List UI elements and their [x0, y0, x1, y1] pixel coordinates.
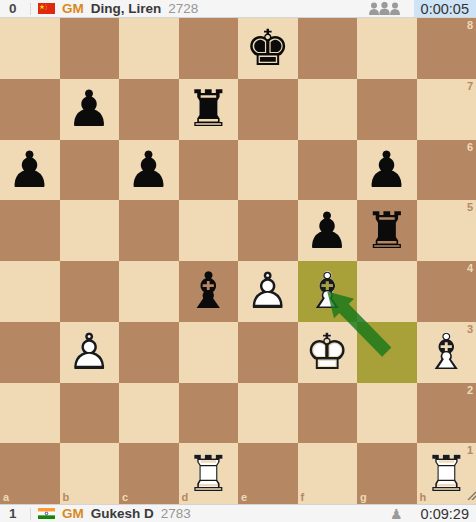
- coord-file-h: h: [420, 491, 427, 503]
- square-d5[interactable]: [179, 200, 239, 261]
- square-h5[interactable]: 5: [417, 200, 476, 261]
- coord-rank-2: 2: [467, 384, 473, 396]
- player-bar-bottom: 1 GM Gukesh D 2783 ♟ 0:09:29: [0, 504, 476, 522]
- black-king-e8: ♚: [238, 18, 298, 79]
- square-f5[interactable]: ♟: [298, 200, 358, 261]
- player-bar-top: 0 GM Ding, Liren 2728 0:00:05: [0, 0, 476, 18]
- player-bottom-rating: 2783: [161, 506, 191, 521]
- player-bottom-score: 1: [9, 506, 23, 521]
- black-pawn-g6: ♟: [357, 140, 417, 201]
- square-g5[interactable]: ♜: [357, 200, 417, 261]
- square-g7[interactable]: [357, 79, 417, 140]
- square-f3[interactable]: ♚♔: [298, 322, 358, 383]
- black-pawn-f5: ♟: [298, 200, 358, 261]
- square-h3[interactable]: 3♝♗: [417, 322, 476, 383]
- square-c4[interactable]: [119, 261, 179, 322]
- coord-rank-4: 4: [467, 262, 473, 274]
- square-e8[interactable]: ♚: [238, 18, 298, 79]
- square-b2[interactable]: [60, 383, 120, 444]
- white-pawn-e4: ♟♙: [238, 261, 298, 322]
- square-f7[interactable]: [298, 79, 358, 140]
- square-f8[interactable]: [298, 18, 358, 79]
- black-rook-d7: ♜: [179, 79, 239, 140]
- coord-rank-3: 3: [467, 323, 473, 335]
- square-e2[interactable]: [238, 383, 298, 444]
- flag-china-icon: [38, 3, 55, 14]
- chess-board: ♚8♟♜7♟♟♟6♟♜5♝♟♙♝♗4♟♙♚♔3♝♗2abcd♜♖efg1h♜♖: [0, 18, 476, 504]
- square-d1[interactable]: d♜♖: [179, 443, 239, 504]
- square-a4[interactable]: [0, 261, 60, 322]
- player-top-name: Ding, Liren: [91, 1, 162, 16]
- square-c2[interactable]: [119, 383, 179, 444]
- square-d3[interactable]: [179, 322, 239, 383]
- coord-file-f: f: [301, 491, 305, 503]
- square-a8[interactable]: [0, 18, 60, 79]
- coord-file-c: c: [122, 491, 128, 503]
- square-g4[interactable]: [357, 261, 417, 322]
- square-c6[interactable]: ♟: [119, 140, 179, 201]
- square-e6[interactable]: [238, 140, 298, 201]
- square-a1[interactable]: a: [0, 443, 60, 504]
- coord-rank-8: 8: [467, 19, 473, 31]
- square-h2[interactable]: 2: [417, 383, 476, 444]
- to-move-pawn-icon: ♟: [390, 507, 403, 521]
- square-h6[interactable]: 6: [417, 140, 476, 201]
- square-d8[interactable]: [179, 18, 239, 79]
- resize-handle[interactable]: [465, 486, 476, 504]
- broadcast-widget: 0 GM Ding, Liren 2728 0:00:05 ♚: [0, 0, 476, 522]
- square-h8[interactable]: 8: [417, 18, 476, 79]
- black-rook-g5: ♜: [357, 200, 417, 261]
- coord-rank-6: 6: [467, 141, 473, 153]
- square-f6[interactable]: [298, 140, 358, 201]
- white-bishop-h3: ♝♗: [417, 322, 476, 383]
- square-b6[interactable]: [60, 140, 120, 201]
- player-bottom-title: GM: [62, 506, 84, 521]
- square-d2[interactable]: [179, 383, 239, 444]
- square-g6[interactable]: ♟: [357, 140, 417, 201]
- black-pawn-a6: ♟: [0, 140, 60, 201]
- black-pawn-c6: ♟: [119, 140, 179, 201]
- square-f4[interactable]: ♝♗: [298, 261, 358, 322]
- square-b5[interactable]: [60, 200, 120, 261]
- square-d7[interactable]: ♜: [179, 79, 239, 140]
- square-c7[interactable]: [119, 79, 179, 140]
- coord-file-g: g: [360, 491, 367, 503]
- white-king-f3: ♚♔: [298, 322, 358, 383]
- square-a6[interactable]: ♟: [0, 140, 60, 201]
- player-top-score: 0: [9, 1, 23, 16]
- square-e3[interactable]: [238, 322, 298, 383]
- divider: [30, 3, 31, 15]
- board-grid: ♚8♟♜7♟♟♟6♟♜5♝♟♙♝♗4♟♙♚♔3♝♗2abcd♜♖efg1h♜♖: [0, 18, 476, 504]
- square-c8[interactable]: [119, 18, 179, 79]
- square-c5[interactable]: [119, 200, 179, 261]
- square-h7[interactable]: 7: [417, 79, 476, 140]
- square-b8[interactable]: [60, 18, 120, 79]
- player-bottom-clock: 0:09:29: [414, 505, 476, 522]
- square-f2[interactable]: [298, 383, 358, 444]
- square-b3[interactable]: ♟♙: [60, 322, 120, 383]
- coord-file-d: d: [182, 491, 189, 503]
- coord-file-e: e: [241, 491, 247, 503]
- white-rook-d1: ♜♖: [179, 443, 239, 504]
- square-b4[interactable]: [60, 261, 120, 322]
- square-e7[interactable]: [238, 79, 298, 140]
- coord-file-a: a: [3, 491, 9, 503]
- divider: [30, 508, 31, 520]
- square-g1[interactable]: g: [357, 443, 417, 504]
- square-e4[interactable]: ♟♙: [238, 261, 298, 322]
- square-a7[interactable]: [0, 79, 60, 140]
- black-bishop-d4: ♝: [179, 261, 239, 322]
- player-bottom-name: Gukesh D: [91, 506, 154, 521]
- player-top-title: GM: [62, 1, 84, 16]
- player-top-rating: 2728: [168, 1, 198, 16]
- square-e1[interactable]: e: [238, 443, 298, 504]
- square-d4[interactable]: ♝: [179, 261, 239, 322]
- coord-rank-5: 5: [467, 201, 473, 213]
- square-f1[interactable]: f: [298, 443, 358, 504]
- flag-india-icon: [38, 508, 55, 519]
- square-a3[interactable]: [0, 322, 60, 383]
- square-c3[interactable]: [119, 322, 179, 383]
- coord-rank-7: 7: [467, 80, 473, 92]
- square-a2[interactable]: [0, 383, 60, 444]
- coord-file-b: b: [63, 491, 70, 503]
- square-g8[interactable]: [357, 18, 417, 79]
- coord-rank-1: 1: [467, 444, 473, 456]
- square-b7[interactable]: ♟: [60, 79, 120, 140]
- white-pawn-b3: ♟♙: [60, 322, 120, 383]
- square-b1[interactable]: b: [60, 443, 120, 504]
- black-pawn-b7: ♟: [60, 79, 120, 140]
- square-c1[interactable]: c: [119, 443, 179, 504]
- square-h4[interactable]: 4: [417, 261, 476, 322]
- square-g3[interactable]: [357, 322, 417, 383]
- square-e5[interactable]: [238, 200, 298, 261]
- spectators-icon: [368, 2, 401, 15]
- player-top-clock: 0:00:05: [414, 0, 476, 17]
- square-a5[interactable]: [0, 200, 60, 261]
- square-g2[interactable]: [357, 383, 417, 444]
- white-bishop-f4: ♝♗: [298, 261, 358, 322]
- square-d6[interactable]: [179, 140, 239, 201]
